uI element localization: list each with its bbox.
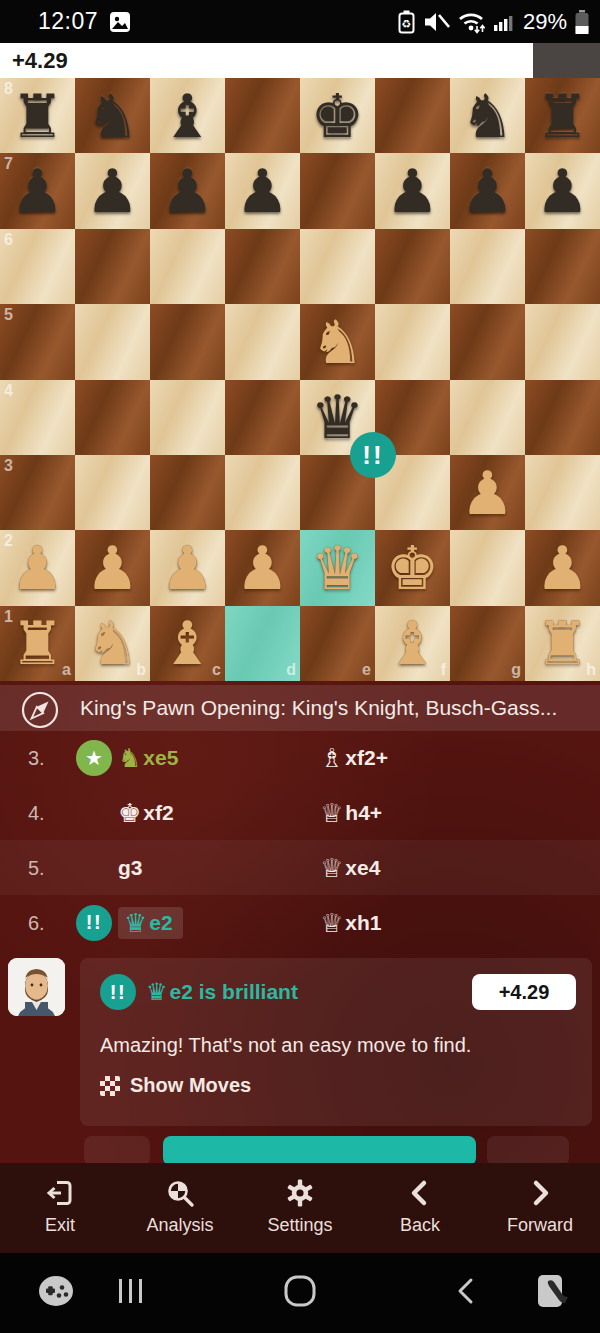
white-pawn: ♟ xyxy=(450,455,525,530)
square-d2[interactable]: ♟ xyxy=(225,530,300,605)
gallery-notification-icon xyxy=(108,10,132,34)
square-b4[interactable] xyxy=(75,380,150,455)
battery-percent: 29% xyxy=(523,9,567,35)
black-king: ♚ xyxy=(300,78,375,153)
square-h1[interactable]: h♜ xyxy=(525,606,600,681)
queen-figurine: ♕ xyxy=(320,855,343,881)
white-pawn: ♟ xyxy=(525,530,600,605)
square-f6[interactable] xyxy=(375,229,450,304)
square-a1[interactable]: 1a♜ xyxy=(0,606,75,681)
square-g1[interactable]: g xyxy=(450,606,525,681)
evaluation-bar: +4.29 xyxy=(0,43,600,78)
black-knight: ♞ xyxy=(75,78,150,153)
white-king: ♚ xyxy=(375,530,450,605)
secondary-button-left[interactable] xyxy=(84,1136,150,1166)
square-g8[interactable]: ♞ xyxy=(450,78,525,153)
opening-row[interactable]: King's Pawn Opening: King's Knight, Busc… xyxy=(0,685,600,731)
square-c6[interactable] xyxy=(150,229,225,304)
square-b6[interactable] xyxy=(75,229,150,304)
black-bishop: ♝ xyxy=(150,78,225,153)
square-d4[interactable] xyxy=(225,380,300,455)
file-label: b xyxy=(136,661,146,679)
coach-avatar xyxy=(8,958,65,1016)
square-d6[interactable] xyxy=(225,229,300,304)
square-d8[interactable] xyxy=(225,78,300,153)
move-row-5: 5. g3 ♕ xe4 xyxy=(0,840,600,895)
rank-label: 6 xyxy=(4,231,13,249)
move-number: 4. xyxy=(28,801,45,824)
white-knight: ♞ xyxy=(300,304,375,379)
opening-name: King's Pawn Opening: King's Knight, Busc… xyxy=(80,696,557,720)
black-knight: ♞ xyxy=(450,78,525,153)
evaluation-score: +4.29 xyxy=(12,48,68,74)
white-move-selected[interactable]: ♛ e2 xyxy=(118,907,183,939)
square-b1[interactable]: b♞ xyxy=(75,606,150,681)
wifi-icon xyxy=(457,9,487,35)
white-pawn: ♟ xyxy=(150,530,225,605)
black-move[interactable]: ♕ xh1 xyxy=(320,910,382,936)
square-a4[interactable]: 4 xyxy=(0,380,75,455)
square-e6[interactable] xyxy=(300,229,375,304)
brilliant-move-board-badge: !! xyxy=(350,432,396,478)
move-number: 6. xyxy=(28,911,45,934)
rank-label: 2 xyxy=(4,532,13,550)
nav-analysis[interactable]: Analysis xyxy=(120,1163,240,1253)
game-launcher-icon[interactable] xyxy=(36,1275,76,1311)
white-move[interactable]: g3 xyxy=(118,856,143,880)
square-g3[interactable]: ♟ xyxy=(450,455,525,530)
square-h7[interactable]: ♟ xyxy=(525,153,600,228)
black-pawn: ♟ xyxy=(450,153,525,228)
rank-label: 3 xyxy=(4,457,13,475)
file-label: f xyxy=(441,661,446,679)
square-a7[interactable]: 7♟ xyxy=(0,153,75,228)
square-f5[interactable] xyxy=(375,304,450,379)
white-queen: ♛ xyxy=(300,530,375,605)
battery-saver-icon: ♻ xyxy=(398,10,415,34)
black-move[interactable]: ♕ h4+ xyxy=(320,800,382,826)
home-icon[interactable] xyxy=(282,1273,318,1313)
black-pawn: ♟ xyxy=(150,153,225,228)
show-moves-button[interactable]: Show Moves xyxy=(100,1074,251,1097)
square-c3[interactable] xyxy=(150,455,225,530)
square-c7[interactable]: ♟ xyxy=(150,153,225,228)
file-label: a xyxy=(62,661,71,679)
nav-exit[interactable]: Exit xyxy=(0,1163,120,1253)
rank-label: 8 xyxy=(4,80,13,98)
black-move[interactable]: ♗ xf2+ xyxy=(320,745,388,771)
android-system-bar xyxy=(0,1253,600,1333)
back-icon[interactable] xyxy=(452,1275,480,1311)
mute-icon xyxy=(422,9,450,35)
white-pawn: ♟ xyxy=(225,530,300,605)
rank-label: 4 xyxy=(4,382,13,400)
square-d3[interactable] xyxy=(225,455,300,530)
square-c8[interactable]: ♝ xyxy=(150,78,225,153)
status-bar: 12:07 ♻ 29% xyxy=(0,0,600,43)
best-move-badge: ★ xyxy=(76,740,112,776)
gear-icon xyxy=(285,1173,315,1213)
queen-figurine: ♕ xyxy=(320,800,343,826)
square-d1[interactable]: d xyxy=(225,606,300,681)
black-pawn: ♟ xyxy=(75,153,150,228)
screen-write-icon[interactable] xyxy=(534,1273,572,1313)
black-pawn: ♟ xyxy=(525,153,600,228)
bishop-figurine: ♗ xyxy=(320,745,343,771)
square-h2[interactable]: ♟ xyxy=(525,530,600,605)
opening-book-compass-icon xyxy=(20,690,60,730)
white-bishop: ♝ xyxy=(375,606,450,681)
square-c5[interactable] xyxy=(150,304,225,379)
move-number: 5. xyxy=(28,856,45,879)
white-move[interactable]: ♞ xe5 xyxy=(118,745,178,771)
svg-text:♻: ♻ xyxy=(402,17,412,30)
square-e8[interactable]: ♚ xyxy=(300,78,375,153)
checkerboard-icon xyxy=(100,1076,120,1096)
black-move[interactable]: ♕ xe4 xyxy=(320,855,380,881)
square-b3[interactable] xyxy=(75,455,150,530)
square-d5[interactable] xyxy=(225,304,300,379)
square-c4[interactable] xyxy=(150,380,225,455)
evaluation-bar-black-segment xyxy=(533,43,600,78)
square-b8[interactable]: ♞ xyxy=(75,78,150,153)
clock: 12:07 xyxy=(38,8,98,35)
square-h3[interactable] xyxy=(525,455,600,530)
square-a5[interactable]: 5 xyxy=(0,304,75,379)
black-pawn: ♟ xyxy=(375,153,450,228)
square-h6[interactable] xyxy=(525,229,600,304)
square-c2[interactable]: ♟ xyxy=(150,530,225,605)
square-a2[interactable]: 2♟ xyxy=(0,530,75,605)
move-row-6: 6. !! ♛ e2 ♕ xh1 xyxy=(0,895,600,950)
battery-icon xyxy=(574,9,590,35)
square-e7[interactable] xyxy=(300,153,375,228)
queen-figurine: ♛ xyxy=(146,980,168,1004)
square-f2[interactable]: ♚ xyxy=(375,530,450,605)
square-a3[interactable]: 3 xyxy=(0,455,75,530)
square-a6[interactable]: 6 xyxy=(0,229,75,304)
analysis-icon xyxy=(165,1173,195,1213)
square-b2[interactable]: ♟ xyxy=(75,530,150,605)
square-g6[interactable] xyxy=(450,229,525,304)
eval-badge: +4.29 xyxy=(472,974,576,1010)
square-b7[interactable]: ♟ xyxy=(75,153,150,228)
square-h8[interactable]: ♜ xyxy=(525,78,600,153)
chevron-right-icon xyxy=(527,1173,553,1213)
black-pawn: ♟ xyxy=(225,153,300,228)
comment-body: Amazing! That's not an easy move to find… xyxy=(100,1034,471,1057)
file-label: g xyxy=(511,661,521,679)
primary-action-button[interactable] xyxy=(163,1136,476,1166)
chevron-left-icon xyxy=(407,1173,433,1213)
square-d7[interactable]: ♟ xyxy=(225,153,300,228)
square-g5[interactable] xyxy=(450,304,525,379)
white-move[interactable]: ♚ xf2 xyxy=(118,800,174,826)
nav-settings[interactable]: Settings xyxy=(240,1163,360,1253)
king-figurine: ♚ xyxy=(118,800,141,826)
square-g7[interactable]: ♟ xyxy=(450,153,525,228)
square-e5[interactable]: ♞ xyxy=(300,304,375,379)
secondary-button-right[interactable] xyxy=(487,1136,569,1166)
queen-figurine: ♕ xyxy=(320,910,343,936)
square-f8[interactable] xyxy=(375,78,450,153)
move-row-4: 4. ♚ xf2 ♕ h4+ xyxy=(0,785,600,840)
file-label: c xyxy=(212,661,221,679)
exit-icon xyxy=(44,1173,76,1213)
rank-label: 7 xyxy=(4,155,13,173)
file-label: h xyxy=(586,661,596,679)
square-h4[interactable] xyxy=(525,380,600,455)
recents-icon[interactable] xyxy=(116,1276,146,1310)
square-b5[interactable] xyxy=(75,304,150,379)
brilliant-move-badge: !! xyxy=(76,905,112,941)
file-label: d xyxy=(286,661,296,679)
queen-figurine: ♛ xyxy=(124,910,147,936)
chess-board[interactable]: 8♜♞♝♚♞♜7♟♟♟♟♟♟♟65♞4♛3♟2♟♟♟♟♛♚♟1a♜b♞c♝def… xyxy=(0,78,600,681)
move-number: 3. xyxy=(28,746,45,769)
square-e1[interactable]: e xyxy=(300,606,375,681)
square-a8[interactable]: 8♜ xyxy=(0,78,75,153)
move-row-3: 3. ★ ♞ xe5 ♗ xf2+ xyxy=(0,730,600,785)
rank-label: 5 xyxy=(4,306,13,324)
square-e2[interactable]: ♛ xyxy=(300,530,375,605)
comment-headline: ♛ e2 is brilliant xyxy=(146,980,298,1004)
square-g4[interactable] xyxy=(450,380,525,455)
nav-forward[interactable]: Forward xyxy=(480,1163,600,1253)
square-f1[interactable]: f♝ xyxy=(375,606,450,681)
white-pawn: ♟ xyxy=(75,530,150,605)
knight-figurine: ♞ xyxy=(118,745,141,771)
black-rook: ♜ xyxy=(525,78,600,153)
square-f7[interactable]: ♟ xyxy=(375,153,450,228)
square-g2[interactable] xyxy=(450,530,525,605)
comment-card: !! ♛ e2 is brilliant +4.29 Amazing! That… xyxy=(80,958,592,1126)
rank-label: 1 xyxy=(4,608,13,626)
square-c1[interactable]: c♝ xyxy=(150,606,225,681)
file-label: e xyxy=(362,661,371,679)
brilliant-badge: !! xyxy=(100,974,136,1010)
nav-back[interactable]: Back xyxy=(360,1163,480,1253)
square-h5[interactable] xyxy=(525,304,600,379)
signal-icon xyxy=(494,10,516,34)
app-nav-bar: Exit Analysis xyxy=(0,1163,600,1253)
